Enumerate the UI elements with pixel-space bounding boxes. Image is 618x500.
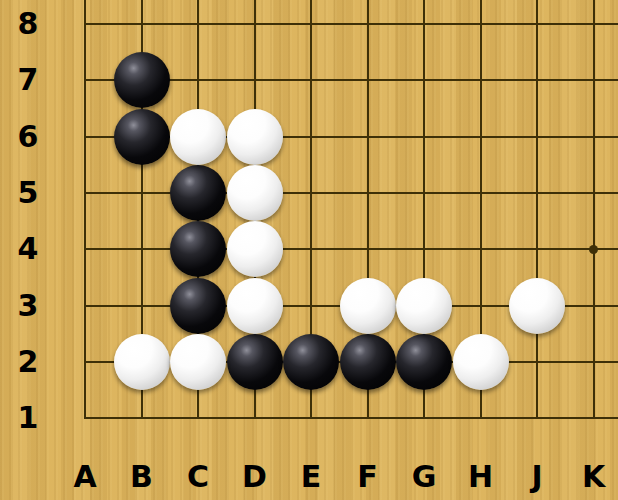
stone-black-B6 — [114, 109, 170, 165]
col-label-D: D — [233, 460, 277, 494]
grid-hline-4 — [84, 248, 618, 250]
col-label-K: K — [572, 460, 616, 494]
col-label-F: F — [346, 460, 390, 494]
stone-black-G2 — [396, 334, 452, 390]
col-label-E: E — [289, 460, 333, 494]
stone-black-E2 — [283, 334, 339, 390]
col-label-A: A — [63, 460, 107, 494]
row-label-1: 1 — [6, 401, 50, 435]
row-label-2: 2 — [6, 345, 50, 379]
row-label-3: 3 — [6, 289, 50, 323]
stone-white-C6 — [170, 109, 226, 165]
col-label-G: G — [402, 460, 446, 494]
grid-vline-J — [536, 0, 538, 419]
row-label-8: 8 — [6, 7, 50, 41]
stone-black-F2 — [340, 334, 396, 390]
stone-black-C3 — [170, 278, 226, 334]
stone-white-J3 — [509, 278, 565, 334]
stone-white-C2 — [170, 334, 226, 390]
row-label-7: 7 — [6, 63, 50, 97]
stone-black-D2 — [227, 334, 283, 390]
go-board: 87654321ABCDEFGHJK — [0, 0, 618, 500]
stone-white-D6 — [227, 109, 283, 165]
stone-white-D3 — [227, 278, 283, 334]
col-label-C: C — [176, 460, 220, 494]
grid-hline-1 — [84, 417, 618, 419]
stone-black-C4 — [170, 221, 226, 277]
stone-black-B7 — [114, 52, 170, 108]
stone-black-C5 — [170, 165, 226, 221]
stone-white-F3 — [340, 278, 396, 334]
star-point-K4 — [589, 245, 598, 254]
grid-hline-5 — [84, 192, 618, 194]
col-label-J: J — [515, 460, 559, 494]
row-label-4: 4 — [6, 232, 50, 266]
grid-vline-K — [593, 0, 595, 419]
stone-white-H2 — [453, 334, 509, 390]
col-label-H: H — [459, 460, 503, 494]
row-label-6: 6 — [6, 120, 50, 154]
col-label-B: B — [120, 460, 164, 494]
row-label-5: 5 — [6, 176, 50, 210]
grid-vline-A — [84, 0, 86, 419]
stone-white-G3 — [396, 278, 452, 334]
grid-hline-8 — [84, 23, 618, 25]
stone-white-D4 — [227, 221, 283, 277]
stone-white-B2 — [114, 334, 170, 390]
stone-white-D5 — [227, 165, 283, 221]
